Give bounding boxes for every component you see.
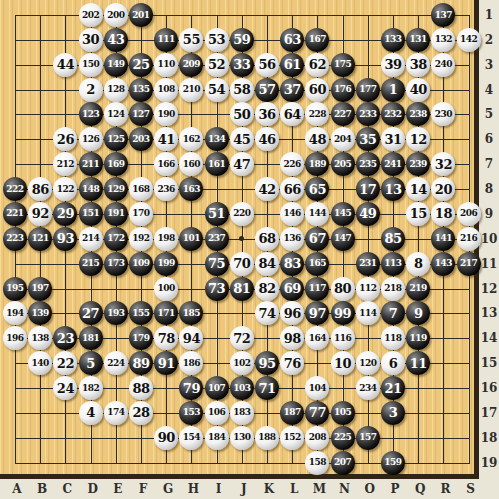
- stone-number: 62: [309, 58, 326, 71]
- stone-black-217: 217: [457, 252, 481, 276]
- stone-black-161: 161: [205, 152, 229, 176]
- stone-white-183: 183: [230, 401, 254, 425]
- row-label-8: 8: [485, 182, 493, 196]
- stone-number: 72: [233, 332, 250, 345]
- stone-black-1: 1: [381, 78, 405, 102]
- stone-number: 83: [284, 257, 301, 270]
- stone-number: 200: [107, 11, 124, 20]
- stone-number: 108: [158, 85, 175, 94]
- stone-black-105: 105: [331, 401, 355, 425]
- stone-white-53: 53: [205, 28, 229, 52]
- stone-number: 236: [158, 185, 175, 194]
- row-label-10: 10: [481, 232, 498, 246]
- column-label-C: C: [63, 482, 73, 496]
- stone-number: 84: [258, 257, 275, 270]
- stone-number: 238: [410, 110, 427, 119]
- stone-black-3: 3: [381, 401, 405, 425]
- column-label-F: F: [139, 482, 148, 496]
- stone-number: 25: [132, 58, 149, 71]
- stone-number: 191: [107, 209, 124, 218]
- stone-number: 129: [107, 185, 124, 194]
- stone-number: 67: [309, 232, 326, 245]
- stone-white-240: 240: [431, 53, 455, 77]
- stone-white-218: 218: [381, 277, 405, 301]
- stone-number: 7: [389, 307, 398, 320]
- stone-number: 148: [82, 185, 99, 194]
- stone-number: 24: [57, 382, 74, 395]
- column-label-J: J: [241, 482, 247, 496]
- stone-number: 198: [158, 234, 175, 243]
- stone-number: 225: [334, 433, 351, 442]
- stone-number: 57: [258, 83, 275, 96]
- stone-white-224: 224: [104, 351, 128, 375]
- stone-number: 125: [107, 135, 124, 144]
- stone-number: 222: [6, 185, 23, 194]
- stone-white-216: 216: [457, 227, 481, 251]
- stone-white-58: 58: [230, 78, 254, 102]
- stone-white-62: 62: [305, 53, 329, 77]
- stone-number: 103: [233, 384, 250, 393]
- stone-number: 175: [334, 60, 351, 69]
- stone-number: 162: [183, 135, 200, 144]
- stone-number: 161: [208, 160, 225, 169]
- stone-black-201: 201: [129, 3, 153, 27]
- stone-black-195: 195: [3, 277, 27, 301]
- stone-number: 138: [32, 334, 49, 343]
- stone-number: 237: [208, 234, 225, 243]
- stone-black-227: 227: [331, 102, 355, 126]
- stone-black-191: 191: [104, 202, 128, 226]
- stone-number: 15: [410, 207, 427, 220]
- stone-black-143: 143: [431, 252, 455, 276]
- stone-number: 13: [384, 183, 401, 196]
- column-label-K: K: [264, 482, 274, 496]
- stone-black-49: 49: [356, 202, 380, 226]
- stone-black-51: 51: [205, 202, 229, 226]
- stone-number: 56: [258, 58, 275, 71]
- stone-number: 10: [334, 357, 351, 370]
- stone-number: 81: [233, 282, 250, 295]
- stone-number: 226: [284, 160, 301, 169]
- stone-number: 112: [359, 284, 376, 293]
- stone-number: 123: [82, 110, 99, 119]
- stone-number: 132: [435, 35, 452, 44]
- stone-number: 27: [82, 307, 99, 320]
- stone-number: 206: [460, 209, 477, 218]
- row-label-7: 7: [485, 157, 493, 171]
- stone-number: 209: [183, 60, 200, 69]
- stone-number: 28: [132, 406, 149, 419]
- row-label-4: 4: [485, 83, 493, 97]
- stone-number: 1: [389, 83, 398, 96]
- stone-number: 184: [208, 433, 225, 442]
- stone-number: 51: [208, 207, 225, 220]
- stone-white-202: 202: [79, 3, 103, 27]
- stone-white-28: 28: [129, 401, 153, 425]
- stone-white-30: 30: [79, 28, 103, 52]
- stone-number: 49: [359, 207, 376, 220]
- stone-number: 37: [284, 83, 301, 96]
- stone-white-90: 90: [154, 426, 178, 450]
- stone-number: 70: [233, 257, 250, 270]
- stone-white-126: 126: [79, 127, 103, 151]
- row-label-11: 11: [481, 257, 498, 271]
- stone-number: 9: [414, 307, 423, 320]
- stone-number: 53: [208, 33, 225, 46]
- stone-white-184: 184: [205, 426, 229, 450]
- stone-black-199: 199: [154, 252, 178, 276]
- stone-number: 80: [334, 282, 351, 295]
- stone-number: 36: [258, 108, 275, 121]
- stone-number: 233: [359, 110, 376, 119]
- stone-white-136: 136: [280, 227, 304, 251]
- stone-number: 212: [57, 160, 74, 169]
- stone-number: 91: [158, 357, 175, 370]
- stone-number: 105: [334, 408, 351, 417]
- stone-black-107: 107: [205, 376, 229, 400]
- column-label-N: N: [339, 482, 350, 496]
- stone-number: 6: [389, 357, 398, 370]
- stone-number: 214: [82, 234, 99, 243]
- stone-white-206: 206: [457, 202, 481, 226]
- stone-number: 223: [6, 234, 23, 243]
- stone-number: 86: [32, 183, 49, 196]
- stone-black-63: 63: [280, 28, 304, 52]
- stone-number: 120: [359, 359, 376, 368]
- stone-white-154: 154: [179, 426, 203, 450]
- stone-number: 169: [107, 160, 124, 169]
- stone-number: 32: [435, 158, 452, 171]
- stone-number: 43: [107, 33, 124, 46]
- stone-number: 219: [410, 284, 427, 293]
- stone-number: 216: [460, 234, 477, 243]
- stone-white-15: 15: [406, 202, 430, 226]
- stone-white-100: 100: [154, 277, 178, 301]
- stone-white-80: 80: [331, 277, 355, 301]
- stone-number: 220: [233, 209, 250, 218]
- stone-white-220: 220: [230, 202, 254, 226]
- column-label-G: G: [163, 482, 173, 496]
- stone-number: 146: [284, 209, 301, 218]
- stone-number: 46: [258, 133, 275, 146]
- stone-black-176: 176: [331, 78, 355, 102]
- stone-number: 143: [435, 259, 452, 268]
- stone-number: 12: [410, 133, 427, 146]
- stone-black-225: 225: [331, 426, 355, 450]
- row-label-19: 19: [481, 456, 498, 470]
- stone-number: 119: [410, 334, 427, 343]
- stone-number: 194: [6, 309, 23, 318]
- stone-white-174: 174: [104, 401, 128, 425]
- stone-number: 187: [284, 408, 301, 417]
- stone-white-128: 128: [104, 78, 128, 102]
- stone-number: 76: [284, 357, 301, 370]
- stone-black-81: 81: [230, 277, 254, 301]
- stone-number: 224: [107, 359, 124, 368]
- stone-number: 52: [208, 58, 225, 71]
- stone-black-181: 181: [79, 326, 103, 350]
- stone-number: 241: [384, 160, 401, 169]
- stone-number: 33: [233, 58, 250, 71]
- stone-black-159: 159: [381, 451, 405, 475]
- stone-number: 3: [389, 406, 398, 419]
- stone-number: 90: [158, 431, 175, 444]
- stone-number: 68: [258, 232, 275, 245]
- stone-number: 144: [309, 209, 326, 218]
- stone-black-35: 35: [356, 127, 380, 151]
- stone-black-219: 219: [406, 277, 430, 301]
- stone-number: 2: [86, 83, 95, 96]
- stone-white-40: 40: [406, 78, 430, 102]
- stone-white-39: 39: [381, 53, 405, 77]
- stone-white-6: 6: [381, 351, 405, 375]
- stone-white-82: 82: [255, 277, 279, 301]
- stone-number: 234: [359, 384, 376, 393]
- stone-black-33: 33: [230, 53, 254, 77]
- stone-black-135: 135: [129, 78, 153, 102]
- stone-number: 98: [284, 332, 301, 345]
- row-label-18: 18: [481, 431, 498, 445]
- stone-number: 142: [460, 35, 477, 44]
- stone-black-113: 113: [381, 252, 405, 276]
- stone-black-235: 235: [356, 152, 380, 176]
- stone-number: 95: [258, 357, 275, 370]
- stone-number: 77: [309, 406, 326, 419]
- stone-number: 111: [158, 35, 175, 44]
- stone-number: 104: [309, 384, 326, 393]
- stone-white-198: 198: [154, 227, 178, 251]
- stone-white-130: 130: [230, 426, 254, 450]
- stone-number: 117: [309, 284, 326, 293]
- stone-number: 170: [132, 209, 149, 218]
- stone-white-142: 142: [457, 28, 481, 52]
- stone-white-188: 188: [255, 426, 279, 450]
- stone-number: 207: [334, 458, 351, 467]
- stone-black-89: 89: [129, 351, 153, 375]
- stone-black-117: 117: [305, 277, 329, 301]
- stone-white-10: 10: [331, 351, 355, 375]
- stone-black-121: 121: [28, 227, 52, 251]
- stone-black-85: 85: [381, 227, 405, 251]
- stone-number: 190: [158, 110, 175, 119]
- column-label-Q: Q: [415, 482, 425, 496]
- stone-number: 50: [233, 108, 250, 121]
- stone-white-52: 52: [205, 53, 229, 77]
- stone-number: 158: [309, 458, 326, 467]
- stone-black-83: 83: [280, 252, 304, 276]
- column-label-L: L: [290, 482, 298, 496]
- stone-black-231: 231: [356, 252, 380, 276]
- stone-black-37: 37: [280, 78, 304, 102]
- stone-white-42: 42: [255, 177, 279, 201]
- stone-white-150: 150: [79, 53, 103, 77]
- stone-number: 38: [410, 58, 427, 71]
- stone-number: 63: [284, 33, 301, 46]
- stone-white-47: 47: [230, 152, 254, 176]
- stone-white-192: 192: [129, 227, 153, 251]
- stone-number: 173: [107, 259, 124, 268]
- stone-number: 21: [384, 382, 401, 395]
- stone-black-25: 25: [129, 53, 153, 77]
- stone-number: 152: [284, 433, 301, 442]
- stone-number: 114: [359, 309, 376, 318]
- stone-white-170: 170: [129, 202, 153, 226]
- stone-black-223: 223: [3, 227, 27, 251]
- stone-white-45: 45: [230, 127, 254, 151]
- go-diagram: 2022002011373043111555359631671331311321…: [0, 0, 499, 499]
- stone-white-92: 92: [28, 202, 52, 226]
- stone-white-70: 70: [230, 252, 254, 276]
- stone-number: 116: [334, 334, 351, 343]
- stone-number: 155: [132, 309, 149, 318]
- stone-number: 97: [309, 307, 326, 320]
- stone-number: 65: [309, 183, 326, 196]
- stone-white-4: 4: [79, 401, 103, 425]
- row-label-panel: [479, 0, 499, 499]
- stone-number: 151: [82, 209, 99, 218]
- stone-black-207: 207: [331, 451, 355, 475]
- stone-black-99: 99: [331, 301, 355, 325]
- stone-number: 29: [57, 207, 74, 220]
- stone-black-125: 125: [104, 127, 128, 151]
- row-label-3: 3: [485, 58, 493, 72]
- stone-number: 59: [233, 33, 250, 46]
- stone-white-54: 54: [205, 78, 229, 102]
- stone-white-56: 56: [255, 53, 279, 77]
- stone-number: 215: [82, 259, 99, 268]
- stone-number: 20: [435, 183, 452, 196]
- stone-number: 5: [86, 357, 95, 370]
- row-label-12: 12: [481, 282, 498, 296]
- stone-number: 139: [32, 309, 49, 318]
- stone-number: 54: [208, 83, 225, 96]
- stone-black-75: 75: [205, 252, 229, 276]
- stone-number: 93: [57, 232, 74, 245]
- stone-number: 41: [158, 133, 175, 146]
- stone-number: 163: [183, 185, 200, 194]
- row-label-5: 5: [485, 107, 493, 121]
- column-label-R: R: [440, 482, 450, 496]
- stone-black-109: 109: [129, 252, 153, 276]
- stone-black-177: 177: [356, 78, 380, 102]
- column-label-B: B: [37, 482, 47, 496]
- column-label-M: M: [313, 482, 326, 496]
- stone-black-215: 215: [79, 252, 103, 276]
- stone-number: 42: [258, 183, 275, 196]
- stone-number: 171: [158, 309, 175, 318]
- stone-black-205: 205: [331, 152, 355, 176]
- stone-black-175: 175: [331, 53, 355, 77]
- stone-number: 58: [233, 83, 250, 96]
- stone-number: 101: [183, 234, 200, 243]
- stone-number: 11: [410, 357, 427, 370]
- stone-number: 99: [334, 307, 351, 320]
- stone-number: 128: [107, 85, 124, 94]
- stone-number: 39: [384, 58, 401, 71]
- stone-black-147: 147: [331, 227, 355, 251]
- stone-number: 130: [233, 433, 250, 442]
- stone-number: 8: [414, 257, 423, 270]
- stone-white-168: 168: [129, 177, 153, 201]
- row-label-16: 16: [481, 381, 498, 395]
- stone-white-60: 60: [305, 78, 329, 102]
- row-label-17: 17: [481, 406, 498, 420]
- stone-number: 78: [158, 332, 175, 345]
- stone-white-208: 208: [305, 426, 329, 450]
- stone-white-102: 102: [230, 351, 254, 375]
- stone-black-61: 61: [280, 53, 304, 77]
- stone-number: 82: [258, 282, 275, 295]
- stone-number: 154: [183, 433, 200, 442]
- stone-number: 174: [107, 408, 124, 417]
- stone-black-148: 148: [79, 177, 103, 201]
- stone-white-8: 8: [406, 252, 430, 276]
- stone-black-134: 134: [205, 127, 229, 151]
- stone-number: 73: [208, 282, 225, 295]
- stone-number: 135: [132, 85, 149, 94]
- stone-number: 88: [132, 382, 149, 395]
- stone-number: 106: [208, 408, 225, 417]
- row-label-15: 15: [481, 356, 498, 370]
- stone-number: 122: [57, 185, 74, 194]
- stone-white-106: 106: [205, 401, 229, 425]
- stone-black-5: 5: [79, 351, 103, 375]
- stone-number: 235: [359, 160, 376, 169]
- stone-number: 205: [334, 160, 351, 169]
- stone-black-237: 237: [205, 227, 229, 251]
- stone-number: 232: [384, 110, 401, 119]
- stone-black-71: 71: [255, 376, 279, 400]
- stone-number: 150: [82, 60, 99, 69]
- stone-number: 211: [82, 160, 99, 169]
- stone-number: 221: [6, 209, 23, 218]
- stone-black-129: 129: [104, 177, 128, 201]
- stone-number: 201: [132, 11, 149, 20]
- stone-number: 217: [460, 259, 477, 268]
- stone-number: 124: [107, 110, 124, 119]
- stone-number: 74: [258, 307, 275, 320]
- stone-white-2: 2: [79, 78, 103, 102]
- stone-black-197: 197: [28, 277, 52, 301]
- stone-number: 185: [183, 309, 200, 318]
- stone-white-38: 38: [406, 53, 430, 77]
- column-label-A: A: [12, 482, 21, 496]
- column-label-E: E: [113, 482, 122, 496]
- stone-number: 55: [183, 33, 200, 46]
- stone-white-84: 84: [255, 252, 279, 276]
- stone-number: 118: [384, 334, 401, 343]
- stone-number: 164: [309, 334, 326, 343]
- stone-number: 231: [359, 259, 376, 268]
- stone-white-158: 158: [305, 451, 329, 475]
- stone-number: 227: [334, 110, 351, 119]
- stone-number: 157: [359, 433, 376, 442]
- stone-white-152: 152: [280, 426, 304, 450]
- row-label-1: 1: [485, 8, 493, 22]
- stone-black-165: 165: [305, 252, 329, 276]
- stone-number: 192: [132, 234, 149, 243]
- stone-black-221: 221: [3, 202, 27, 226]
- column-label-I: I: [216, 482, 222, 496]
- stone-number: 210: [183, 85, 200, 94]
- row-label-6: 6: [485, 132, 493, 146]
- stone-number: 149: [107, 60, 124, 69]
- stone-number: 102: [233, 359, 250, 368]
- row-label-13: 13: [481, 306, 498, 320]
- stone-number: 30: [82, 33, 99, 46]
- stone-number: 14: [410, 183, 427, 196]
- stone-number: 47: [233, 158, 250, 171]
